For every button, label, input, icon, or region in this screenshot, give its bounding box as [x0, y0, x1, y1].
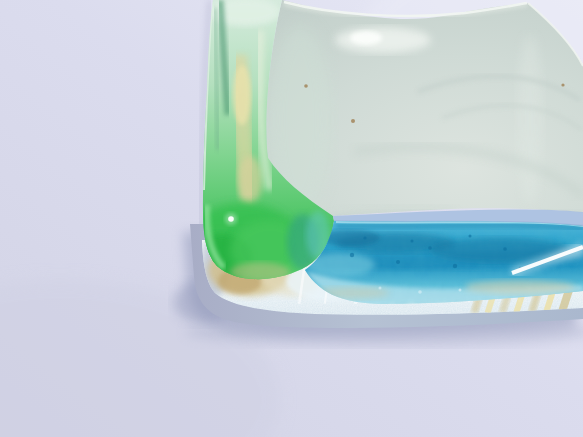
photo-of-glass-dish	[0, 0, 583, 437]
green-specular-dot	[228, 216, 234, 222]
surface-highlight	[335, 27, 431, 53]
glass-dish-scene	[0, 0, 583, 437]
